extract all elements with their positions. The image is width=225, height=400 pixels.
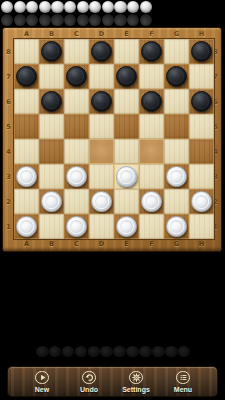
square-a4[interactable]	[14, 139, 39, 164]
white-tray-piece-reflection	[77, 14, 89, 26]
square-d3[interactable]	[89, 164, 114, 189]
white-man-f2[interactable]	[141, 191, 162, 212]
square-d1[interactable]	[89, 214, 114, 239]
black-tray-piece	[62, 346, 75, 357]
white-tray-piece	[26, 1, 38, 13]
board-grid	[14, 39, 214, 239]
square-b2[interactable]	[39, 189, 64, 214]
square-a2[interactable]	[14, 189, 39, 214]
toolbar-button-label: Menu	[174, 386, 192, 393]
dark-man-d6[interactable]	[91, 91, 112, 112]
white-tray-piece	[51, 1, 63, 13]
white-man-g1[interactable]	[166, 216, 187, 237]
square-c8[interactable]	[64, 39, 89, 64]
rank-label-8: 8	[4, 39, 13, 64]
white-man-e3[interactable]	[116, 166, 137, 187]
square-g6[interactable]	[164, 89, 189, 114]
white-tray-piece	[127, 1, 139, 13]
square-h2[interactable]	[189, 189, 214, 214]
bottom-toolbar: NewUndoSettingsMenu	[7, 366, 218, 397]
square-d2[interactable]	[89, 189, 114, 214]
rank-label-6: 6	[4, 89, 13, 114]
dark-man-d8[interactable]	[91, 41, 112, 62]
black-tray-piece	[152, 346, 165, 357]
file-label-f: F	[139, 239, 164, 249]
undo-button[interactable]: Undo	[69, 367, 109, 396]
square-g5[interactable]	[164, 114, 189, 139]
white-man-h2[interactable]	[191, 191, 212, 212]
settings-button[interactable]: Settings	[116, 367, 156, 396]
black-tray-piece	[100, 346, 113, 357]
file-label-b: B	[39, 239, 64, 249]
square-e3[interactable]	[114, 164, 139, 189]
square-f6[interactable]	[139, 89, 164, 114]
square-e8[interactable]	[114, 39, 139, 64]
square-h4[interactable]	[189, 139, 214, 164]
file-label-g: G	[164, 239, 189, 249]
square-b7[interactable]	[39, 64, 64, 89]
dark-man-h6[interactable]	[191, 91, 212, 112]
square-d7[interactable]	[89, 64, 114, 89]
rank-label-4: 4	[4, 139, 13, 164]
file-label-d: D	[89, 239, 114, 249]
square-a5[interactable]	[14, 114, 39, 139]
rank-labels-left: 87654321	[4, 39, 13, 239]
dark-man-c7[interactable]	[66, 66, 87, 87]
square-h3[interactable]	[189, 164, 214, 189]
file-label-b: B	[39, 29, 64, 38]
square-g3[interactable]	[164, 164, 189, 189]
square-a8[interactable]	[14, 39, 39, 64]
white-man-d2[interactable]	[91, 191, 112, 212]
white-man-e1[interactable]	[116, 216, 137, 237]
square-b5[interactable]	[39, 114, 64, 139]
gear-icon	[129, 371, 143, 385]
square-d4[interactable]	[89, 139, 114, 164]
square-f3[interactable]	[139, 164, 164, 189]
black-tray-piece	[126, 346, 139, 357]
square-h6[interactable]	[189, 89, 214, 114]
white-tray-piece	[89, 1, 101, 13]
undo-icon	[82, 371, 96, 385]
square-b6[interactable]	[39, 89, 64, 114]
square-c2[interactable]	[64, 189, 89, 214]
white-tray-piece-reflection	[51, 14, 63, 26]
file-label-h: H	[189, 29, 214, 38]
file-label-a: A	[14, 29, 39, 38]
square-h7[interactable]	[189, 64, 214, 89]
square-g2[interactable]	[164, 189, 189, 214]
file-label-g: G	[164, 29, 189, 38]
black-tray-piece	[165, 346, 178, 357]
square-a7[interactable]	[14, 64, 39, 89]
white-tray-piece	[1, 1, 13, 13]
white-man-g3[interactable]	[166, 166, 187, 187]
dark-man-g7[interactable]	[166, 66, 187, 87]
toolbar-button-label: Undo	[80, 386, 98, 393]
square-b1[interactable]	[39, 214, 64, 239]
square-f8[interactable]	[139, 39, 164, 64]
square-c4[interactable]	[64, 139, 89, 164]
square-b8[interactable]	[39, 39, 64, 64]
square-d5[interactable]	[89, 114, 114, 139]
dark-man-a7[interactable]	[16, 66, 37, 87]
black-tray-piece	[75, 346, 88, 357]
white-tray-piece-reflection	[64, 14, 76, 26]
list-icon	[176, 371, 190, 385]
black-tray-piece	[113, 346, 126, 357]
toolbar-button-label: Settings	[122, 386, 150, 393]
square-b4[interactable]	[39, 139, 64, 164]
white-man-a1[interactable]	[16, 216, 37, 237]
dark-man-f6[interactable]	[141, 91, 162, 112]
white-tray-piece-reflection	[26, 14, 38, 26]
square-e5[interactable]	[114, 114, 139, 139]
square-c5[interactable]	[64, 114, 89, 139]
square-b3[interactable]	[39, 164, 64, 189]
square-f2[interactable]	[139, 189, 164, 214]
white-tray-piece	[140, 1, 152, 13]
white-pieces-tray-reflection	[1, 14, 152, 26]
square-e7[interactable]	[114, 64, 139, 89]
square-a3[interactable]	[14, 164, 39, 189]
rank-label-5: 5	[4, 114, 13, 139]
white-tray-piece-reflection	[39, 14, 51, 26]
file-label-c: C	[64, 239, 89, 249]
square-e2[interactable]	[114, 189, 139, 214]
black-tray-piece	[36, 346, 49, 357]
play-icon	[35, 371, 49, 385]
square-d6[interactable]	[89, 89, 114, 114]
white-man-c1[interactable]	[66, 216, 87, 237]
app-background: ABCDEFGH ABCDEFGH 87654321 87654321 NewU…	[0, 0, 225, 400]
square-f7[interactable]	[139, 64, 164, 89]
white-tray-piece-reflection	[14, 14, 26, 26]
square-c1[interactable]	[64, 214, 89, 239]
white-man-c3[interactable]	[66, 166, 87, 187]
square-a1[interactable]	[14, 214, 39, 239]
white-tray-piece	[14, 1, 26, 13]
file-label-h: H	[189, 239, 214, 249]
white-tray-piece	[39, 1, 51, 13]
dark-man-e7[interactable]	[116, 66, 137, 87]
white-tray-piece	[64, 1, 76, 13]
menu-button[interactable]: Menu	[163, 367, 203, 396]
white-tray-piece-reflection	[102, 14, 114, 26]
file-labels-bottom: ABCDEFGH	[14, 239, 214, 249]
dark-man-b6[interactable]	[41, 91, 62, 112]
square-g4[interactable]	[164, 139, 189, 164]
rank-label-7: 7	[4, 64, 13, 89]
square-h5[interactable]	[189, 114, 214, 139]
file-labels-top: ABCDEFGH	[14, 29, 214, 38]
white-tray-piece	[77, 1, 89, 13]
square-h1[interactable]	[189, 214, 214, 239]
rank-label-1: 1	[4, 214, 13, 239]
square-f4[interactable]	[139, 139, 164, 164]
dark-man-h8[interactable]	[191, 41, 212, 62]
black-tray-piece	[139, 346, 152, 357]
white-tray-piece	[114, 1, 126, 13]
white-tray-piece-reflection	[127, 14, 139, 26]
white-tray-piece-reflection	[89, 14, 101, 26]
white-pieces-tray	[1, 1, 152, 13]
file-label-e: E	[114, 29, 139, 38]
square-e4[interactable]	[114, 139, 139, 164]
square-d8[interactable]	[89, 39, 114, 64]
toolbar-button-label: New	[35, 386, 49, 393]
white-man-a3[interactable]	[16, 166, 37, 187]
dark-man-f8[interactable]	[141, 41, 162, 62]
black-tray-piece	[178, 346, 191, 357]
square-c3[interactable]	[64, 164, 89, 189]
file-label-e: E	[114, 239, 139, 249]
square-e1[interactable]	[114, 214, 139, 239]
black-pieces-tray	[36, 346, 191, 357]
white-man-b2[interactable]	[41, 191, 62, 212]
white-tray-piece	[102, 1, 114, 13]
black-tray-piece	[49, 346, 62, 357]
square-f1[interactable]	[139, 214, 164, 239]
white-tray-piece-reflection	[140, 14, 152, 26]
square-g8[interactable]	[164, 39, 189, 64]
white-tray-piece-reflection	[1, 14, 13, 26]
dark-man-b8[interactable]	[41, 41, 62, 62]
board: ABCDEFGH ABCDEFGH 87654321 87654321	[2, 27, 222, 252]
rank-label-2: 2	[4, 189, 13, 214]
square-g7[interactable]	[164, 64, 189, 89]
square-e6[interactable]	[114, 89, 139, 114]
square-a6[interactable]	[14, 89, 39, 114]
square-h8[interactable]	[189, 39, 214, 64]
square-c6[interactable]	[64, 89, 89, 114]
file-label-d: D	[89, 29, 114, 38]
file-label-f: F	[139, 29, 164, 38]
white-tray-piece-reflection	[114, 14, 126, 26]
square-g1[interactable]	[164, 214, 189, 239]
file-label-c: C	[64, 29, 89, 38]
file-label-a: A	[14, 239, 39, 249]
square-c7[interactable]	[64, 64, 89, 89]
rank-label-3: 3	[4, 164, 13, 189]
black-tray-piece	[88, 346, 101, 357]
new-button[interactable]: New	[22, 367, 62, 396]
square-f5[interactable]	[139, 114, 164, 139]
